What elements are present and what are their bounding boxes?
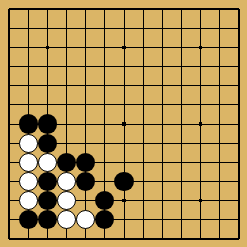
black-stone[interactable]	[38, 114, 57, 133]
white-stone[interactable]	[76, 210, 95, 229]
white-stone[interactable]	[38, 153, 57, 172]
white-stone[interactable]	[19, 191, 38, 210]
white-stone[interactable]	[57, 191, 76, 210]
black-stone[interactable]	[76, 153, 95, 172]
black-stone[interactable]	[114, 172, 133, 191]
black-stone[interactable]	[76, 172, 95, 191]
white-stone[interactable]	[19, 172, 38, 191]
black-stone[interactable]	[57, 153, 76, 172]
white-stone[interactable]	[19, 153, 38, 172]
white-stone[interactable]	[57, 210, 76, 229]
board-stones[interactable]	[0, 0, 247, 247]
white-stone[interactable]	[19, 134, 38, 153]
black-stone[interactable]	[19, 114, 38, 133]
black-stone[interactable]	[19, 210, 38, 229]
black-stone[interactable]	[38, 210, 57, 229]
go-board-diagram	[0, 0, 247, 247]
black-stone[interactable]	[38, 134, 57, 153]
black-stone[interactable]	[95, 210, 114, 229]
black-stone[interactable]	[38, 172, 57, 191]
black-stone[interactable]	[95, 191, 114, 210]
white-stone[interactable]	[57, 172, 76, 191]
black-stone[interactable]	[38, 191, 57, 210]
